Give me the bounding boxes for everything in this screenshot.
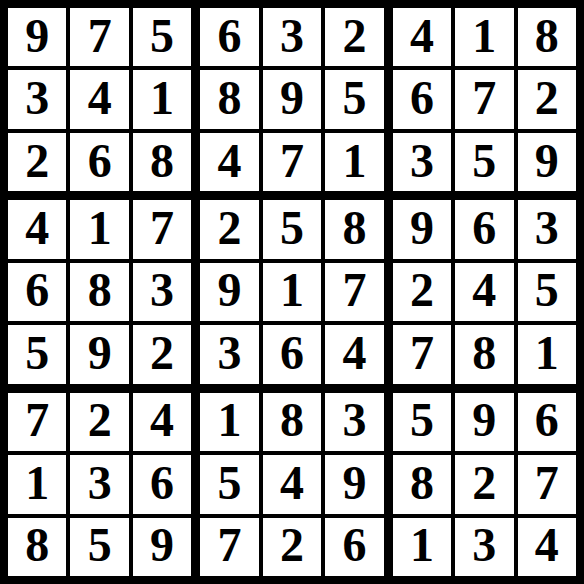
sudoku-cell-r4c5[interactable]: 5 — [263, 200, 321, 258]
sudoku-cell-r5c4[interactable]: 9 — [200, 263, 258, 321]
sudoku-cell-r2c3[interactable]: 1 — [133, 70, 191, 128]
sudoku-cell-r4c7[interactable]: 9 — [393, 200, 451, 258]
sudoku-cell-r9c7[interactable]: 1 — [393, 518, 451, 576]
sudoku-cell-r5c6[interactable]: 7 — [325, 263, 383, 321]
sudoku-cell-r3c2[interactable]: 6 — [70, 133, 128, 191]
sudoku-cell-r1c5[interactable]: 3 — [263, 8, 321, 66]
sudoku-cell-r1c2[interactable]: 7 — [70, 8, 128, 66]
sudoku-cell-r5c5[interactable]: 1 — [263, 263, 321, 321]
sudoku-cell-r5c1[interactable]: 6 — [8, 263, 66, 321]
sudoku-cell-r2c1[interactable]: 3 — [8, 70, 66, 128]
sudoku-cell-r6c4[interactable]: 3 — [200, 325, 258, 383]
sudoku-cell-r5c3[interactable]: 3 — [133, 263, 191, 321]
sudoku-cell-r9c5[interactable]: 2 — [263, 518, 321, 576]
sudoku-cell-r6c1[interactable]: 5 — [8, 325, 66, 383]
sudoku-cell-r4c2[interactable]: 1 — [70, 200, 128, 258]
sudoku-cell-r7c6[interactable]: 3 — [325, 393, 383, 451]
sudoku-cell-r3c3[interactable]: 8 — [133, 133, 191, 191]
sudoku-cell-r8c4[interactable]: 5 — [200, 455, 258, 513]
sudoku-cell-r8c2[interactable]: 3 — [70, 455, 128, 513]
sudoku-cell-r9c8[interactable]: 3 — [455, 518, 513, 576]
sudoku-cell-r7c7[interactable]: 5 — [393, 393, 451, 451]
sudoku-cell-r5c8[interactable]: 4 — [455, 263, 513, 321]
sudoku-cell-r1c8[interactable]: 1 — [455, 8, 513, 66]
sudoku-cell-r7c5[interactable]: 8 — [263, 393, 321, 451]
sudoku-cell-r8c1[interactable]: 1 — [8, 455, 66, 513]
sudoku-board-wrapper: 9756324183418956722684713594172589636839… — [0, 0, 584, 584]
sudoku-cell-r3c5[interactable]: 7 — [263, 133, 321, 191]
sudoku-cell-r3c4[interactable]: 4 — [200, 133, 258, 191]
sudoku-cell-r4c3[interactable]: 7 — [133, 200, 191, 258]
sudoku-cell-r7c8[interactable]: 9 — [455, 393, 513, 451]
sudoku-cell-r9c4[interactable]: 7 — [200, 518, 258, 576]
sudoku-cell-r2c9[interactable]: 2 — [518, 70, 576, 128]
sudoku-cell-r9c1[interactable]: 8 — [8, 518, 66, 576]
sudoku-cell-r8c5[interactable]: 4 — [263, 455, 321, 513]
sudoku-cell-r3c7[interactable]: 3 — [393, 133, 451, 191]
sudoku-cell-r4c4[interactable]: 2 — [200, 200, 258, 258]
sudoku-cell-r2c5[interactable]: 9 — [263, 70, 321, 128]
sudoku-cell-r1c7[interactable]: 4 — [393, 8, 451, 66]
sudoku-cell-r1c1[interactable]: 9 — [8, 8, 66, 66]
sudoku-cell-r6c6[interactable]: 4 — [325, 325, 383, 383]
sudoku-cell-r8c6[interactable]: 9 — [325, 455, 383, 513]
sudoku-cell-r8c3[interactable]: 6 — [133, 455, 191, 513]
sudoku-cell-r2c7[interactable]: 6 — [393, 70, 451, 128]
sudoku-cell-r7c3[interactable]: 4 — [133, 393, 191, 451]
sudoku-cell-r9c2[interactable]: 5 — [70, 518, 128, 576]
sudoku-cell-r8c8[interactable]: 2 — [455, 455, 513, 513]
sudoku-cell-r1c6[interactable]: 2 — [325, 8, 383, 66]
sudoku-cell-r8c7[interactable]: 8 — [393, 455, 451, 513]
sudoku-cell-r4c9[interactable]: 3 — [518, 200, 576, 258]
sudoku-board: 9756324183418956722684713594172589636839… — [0, 0, 584, 584]
sudoku-cell-r9c9[interactable]: 4 — [518, 518, 576, 576]
sudoku-cell-r1c9[interactable]: 8 — [518, 8, 576, 66]
sudoku-cell-r2c6[interactable]: 5 — [325, 70, 383, 128]
sudoku-cell-r2c2[interactable]: 4 — [70, 70, 128, 128]
sudoku-cell-r4c8[interactable]: 6 — [455, 200, 513, 258]
sudoku-cell-r1c4[interactable]: 6 — [200, 8, 258, 66]
sudoku-cell-r6c9[interactable]: 1 — [518, 325, 576, 383]
sudoku-cell-r7c2[interactable]: 2 — [70, 393, 128, 451]
sudoku-cell-r7c9[interactable]: 6 — [518, 393, 576, 451]
sudoku-cell-r6c5[interactable]: 6 — [263, 325, 321, 383]
sudoku-cell-r6c7[interactable]: 7 — [393, 325, 451, 383]
sudoku-cell-r9c3[interactable]: 9 — [133, 518, 191, 576]
sudoku-cell-r6c2[interactable]: 9 — [70, 325, 128, 383]
sudoku-cell-r3c9[interactable]: 9 — [518, 133, 576, 191]
sudoku-cell-r6c3[interactable]: 2 — [133, 325, 191, 383]
sudoku-cell-r8c9[interactable]: 7 — [518, 455, 576, 513]
sudoku-cell-r5c7[interactable]: 2 — [393, 263, 451, 321]
sudoku-cell-r5c2[interactable]: 8 — [70, 263, 128, 321]
sudoku-cell-r4c1[interactable]: 4 — [8, 200, 66, 258]
sudoku-cell-r5c9[interactable]: 5 — [518, 263, 576, 321]
sudoku-cell-r2c4[interactable]: 8 — [200, 70, 258, 128]
sudoku-cell-r3c1[interactable]: 2 — [8, 133, 66, 191]
sudoku-cell-r3c8[interactable]: 5 — [455, 133, 513, 191]
sudoku-cell-r6c8[interactable]: 8 — [455, 325, 513, 383]
sudoku-cell-r7c4[interactable]: 1 — [200, 393, 258, 451]
sudoku-cell-r2c8[interactable]: 7 — [455, 70, 513, 128]
sudoku-cell-r4c6[interactable]: 8 — [325, 200, 383, 258]
sudoku-cell-r1c3[interactable]: 5 — [133, 8, 191, 66]
sudoku-cell-r7c1[interactable]: 7 — [8, 393, 66, 451]
sudoku-cell-r3c6[interactable]: 1 — [325, 133, 383, 191]
sudoku-cell-r9c6[interactable]: 6 — [325, 518, 383, 576]
